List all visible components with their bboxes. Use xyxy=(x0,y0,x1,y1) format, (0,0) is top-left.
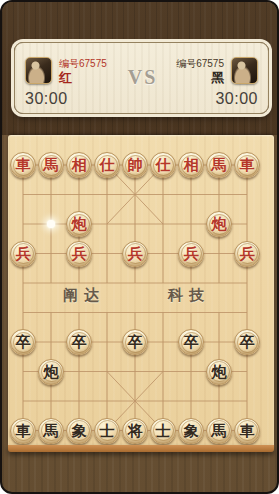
piece-帥-red[interactable]: 帥 xyxy=(122,152,148,178)
piece-象-black[interactable]: 象 xyxy=(66,418,92,444)
piece-character: 兵 xyxy=(72,246,87,262)
red-player-id: 编号67575 xyxy=(59,58,107,69)
piece-車-black[interactable]: 車 xyxy=(234,418,260,444)
piece-character: 炮 xyxy=(212,216,227,232)
board[interactable]: 阐达 科技 車馬相仕帥仕相馬車炮炮兵兵兵兵兵卒卒卒卒卒炮炮車馬象士将士象馬車 xyxy=(8,135,274,445)
red-side-label: 红 xyxy=(59,71,72,85)
piece-character: 馬 xyxy=(212,157,227,173)
piece-character: 卒 xyxy=(128,334,143,350)
piece-士-black[interactable]: 士 xyxy=(94,418,120,444)
piece-馬-red[interactable]: 馬 xyxy=(38,152,64,178)
piece-兵-red[interactable]: 兵 xyxy=(10,241,36,267)
piece-炮-black[interactable]: 炮 xyxy=(38,359,64,385)
black-side-label: 黑 xyxy=(211,71,224,85)
piece-character: 相 xyxy=(72,157,87,173)
piece-卒-black[interactable]: 卒 xyxy=(178,329,204,355)
piece-character: 卒 xyxy=(72,334,87,350)
piece-character: 馬 xyxy=(44,423,59,439)
piece-卒-black[interactable]: 卒 xyxy=(234,329,260,355)
piece-象-black[interactable]: 象 xyxy=(178,418,204,444)
piece-仕-red[interactable]: 仕 xyxy=(94,152,120,178)
river-sponsor-text-right: 科技 xyxy=(149,286,229,305)
piece-炮-black[interactable]: 炮 xyxy=(206,359,232,385)
piece-character: 士 xyxy=(100,423,115,439)
piece-character: 兵 xyxy=(16,246,31,262)
red-player-clock: 30:00 xyxy=(25,90,68,108)
piece-character: 車 xyxy=(16,423,31,439)
piece-炮-red[interactable]: 炮 xyxy=(66,211,92,237)
piece-character: 馬 xyxy=(212,423,227,439)
piece-兵-red[interactable]: 兵 xyxy=(178,241,204,267)
board-front-edge xyxy=(8,445,274,452)
piece-車-red[interactable]: 車 xyxy=(10,152,36,178)
piece-character: 相 xyxy=(184,157,199,173)
piece-character: 兵 xyxy=(184,246,199,262)
piece-character: 象 xyxy=(184,423,199,439)
xiangqi-app-screen: 编号67575 红 VS 编号67575 黑 30:00 30:00 xyxy=(0,0,279,494)
piece-炮-red[interactable]: 炮 xyxy=(206,211,232,237)
river-sponsor-text-left: 阐达 xyxy=(44,286,124,305)
black-player-clock: 30:00 xyxy=(215,90,258,108)
piece-character: 士 xyxy=(156,423,171,439)
piece-卒-black[interactable]: 卒 xyxy=(122,329,148,355)
piece-卒-black[interactable]: 卒 xyxy=(66,329,92,355)
piece-馬-black[interactable]: 馬 xyxy=(38,418,64,444)
piece-character: 炮 xyxy=(212,364,227,380)
piece-卒-black[interactable]: 卒 xyxy=(10,329,36,355)
piece-character: 卒 xyxy=(184,334,199,350)
piece-character: 将 xyxy=(128,423,143,439)
black-player-avatar xyxy=(231,57,258,84)
piece-character: 馬 xyxy=(44,157,59,173)
piece-character: 卒 xyxy=(16,334,31,350)
red-player-avatar xyxy=(25,57,52,84)
piece-character: 仕 xyxy=(100,157,115,173)
piece-character: 卒 xyxy=(240,334,255,350)
piece-兵-red[interactable]: 兵 xyxy=(122,241,148,267)
piece-相-red[interactable]: 相 xyxy=(178,152,204,178)
piece-馬-red[interactable]: 馬 xyxy=(206,152,232,178)
piece-character: 車 xyxy=(16,157,31,173)
piece-仕-red[interactable]: 仕 xyxy=(150,152,176,178)
piece-character: 象 xyxy=(72,423,87,439)
piece-兵-red[interactable]: 兵 xyxy=(234,241,260,267)
piece-character: 車 xyxy=(240,157,255,173)
black-player-id: 编号67575 xyxy=(176,58,224,69)
match-info-panel: 编号67575 红 VS 编号67575 黑 30:00 30:00 xyxy=(14,42,269,114)
piece-character: 車 xyxy=(240,423,255,439)
piece-相-red[interactable]: 相 xyxy=(66,152,92,178)
piece-車-red[interactable]: 車 xyxy=(234,152,260,178)
piece-character: 炮 xyxy=(72,216,87,232)
piece-士-black[interactable]: 士 xyxy=(150,418,176,444)
piece-将-black[interactable]: 将 xyxy=(122,418,148,444)
last-move-origin-marker xyxy=(47,220,55,228)
vs-label: VS xyxy=(112,66,173,89)
piece-character: 兵 xyxy=(128,246,143,262)
piece-character: 炮 xyxy=(44,364,59,380)
piece-character: 帥 xyxy=(128,157,143,173)
piece-兵-red[interactable]: 兵 xyxy=(66,241,92,267)
piece-馬-black[interactable]: 馬 xyxy=(206,418,232,444)
piece-character: 仕 xyxy=(156,157,171,173)
piece-車-black[interactable]: 車 xyxy=(10,418,36,444)
piece-character: 兵 xyxy=(240,246,255,262)
